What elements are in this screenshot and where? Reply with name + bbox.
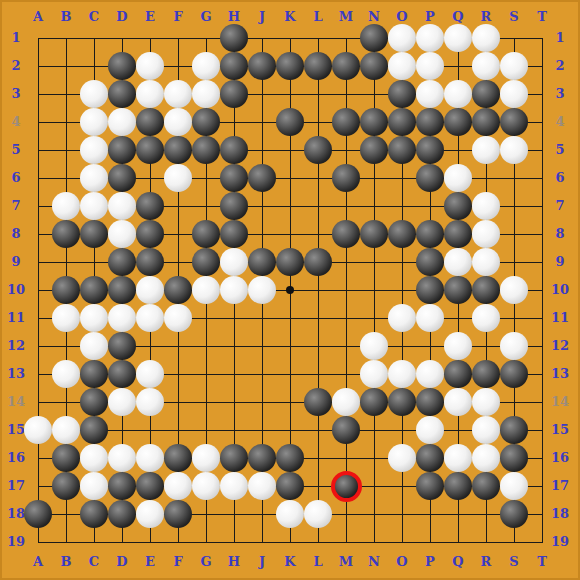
white-stone-C12 [80,332,108,360]
white-stone-R15 [472,416,500,444]
white-stone-J17 [248,472,276,500]
black-stone-P8 [416,220,444,248]
col-label-bottom-L: L [304,554,332,570]
black-stone-G9 [192,248,220,276]
col-label-top-P: P [416,9,444,25]
white-stone-Q3 [444,80,472,108]
row-label-left-4: 4 [2,114,30,130]
row-label-left-10: 10 [2,282,30,298]
col-label-top-S: S [500,9,528,25]
go-board[interactable]: AABBCCDDEEFFGGHHJJKKLLMMNNOOPPQQRRSSTT11… [0,0,580,580]
black-stone-H1 [220,24,248,52]
white-stone-R8 [472,220,500,248]
black-stone-K16 [276,444,304,472]
row-label-left-3: 3 [2,86,30,102]
white-stone-C17 [80,472,108,500]
white-stone-O16 [388,444,416,472]
black-stone-A18 [24,500,52,528]
white-stone-S17 [500,472,528,500]
black-stone-M8 [332,220,360,248]
black-stone-S16 [500,444,528,472]
black-stone-P14 [416,388,444,416]
row-label-right-2: 2 [546,58,574,74]
white-stone-N13 [360,360,388,388]
white-stone-P15 [416,416,444,444]
white-stone-P11 [416,304,444,332]
row-label-right-19: 19 [546,534,574,550]
col-label-bottom-D: D [108,554,136,570]
black-stone-B10 [52,276,80,304]
white-stone-C6 [80,164,108,192]
black-stone-F5 [164,136,192,164]
white-stone-D7 [108,192,136,220]
black-stone-Q7 [444,192,472,220]
white-stone-E3 [136,80,164,108]
black-stone-D13 [108,360,136,388]
black-stone-L14 [304,388,332,416]
white-stone-G16 [192,444,220,472]
black-stone-H16 [220,444,248,472]
row-label-right-1: 1 [546,30,574,46]
col-label-bottom-H: H [220,554,248,570]
white-stone-G2 [192,52,220,80]
black-stone-P10 [416,276,444,304]
white-stone-B15 [52,416,80,444]
black-stone-J16 [248,444,276,472]
row-label-right-15: 15 [546,422,574,438]
white-stone-F11 [164,304,192,332]
black-stone-O4 [388,108,416,136]
black-stone-E7 [136,192,164,220]
col-label-top-D: D [108,9,136,25]
col-label-top-J: J [248,9,276,25]
row-label-left-19: 19 [2,534,30,550]
col-label-top-A: A [24,9,52,25]
black-stone-R13 [472,360,500,388]
white-stone-E2 [136,52,164,80]
col-label-bottom-E: E [136,554,164,570]
white-stone-A15 [24,416,52,444]
white-stone-C16 [80,444,108,472]
black-stone-K9 [276,248,304,276]
row-label-right-11: 11 [546,310,574,326]
white-stone-M14 [332,388,360,416]
white-stone-H10 [220,276,248,304]
row-label-right-3: 3 [546,86,574,102]
white-stone-G3 [192,80,220,108]
white-stone-R2 [472,52,500,80]
black-stone-M4 [332,108,360,136]
white-stone-R1 [472,24,500,52]
white-stone-B7 [52,192,80,220]
black-stone-H7 [220,192,248,220]
black-stone-E17 [136,472,164,500]
col-label-bottom-P: P [416,554,444,570]
col-label-bottom-N: N [360,554,388,570]
white-stone-S10 [500,276,528,304]
black-stone-S15 [500,416,528,444]
white-stone-N12 [360,332,388,360]
black-stone-N4 [360,108,388,136]
white-stone-S3 [500,80,528,108]
black-stone-D3 [108,80,136,108]
white-stone-C3 [80,80,108,108]
white-stone-C4 [80,108,108,136]
black-stone-L2 [304,52,332,80]
white-stone-E10 [136,276,164,304]
black-stone-M2 [332,52,360,80]
black-stone-R3 [472,80,500,108]
white-stone-Q14 [444,388,472,416]
white-stone-O1 [388,24,416,52]
black-stone-C8 [80,220,108,248]
col-label-top-B: B [52,9,80,25]
white-stone-R11 [472,304,500,332]
white-stone-K18 [276,500,304,528]
white-stone-F4 [164,108,192,136]
black-stone-D12 [108,332,136,360]
black-stone-H5 [220,136,248,164]
black-stone-O3 [388,80,416,108]
white-stone-Q6 [444,164,472,192]
white-stone-S5 [500,136,528,164]
white-stone-E11 [136,304,164,332]
col-label-top-H: H [220,9,248,25]
black-stone-D9 [108,248,136,276]
black-stone-B8 [52,220,80,248]
col-label-top-R: R [472,9,500,25]
white-stone-F6 [164,164,192,192]
black-stone-P9 [416,248,444,276]
col-label-bottom-T: T [528,554,556,570]
black-stone-H8 [220,220,248,248]
row-label-right-6: 6 [546,170,574,186]
row-label-left-2: 2 [2,58,30,74]
col-label-bottom-B: B [52,554,80,570]
black-stone-P16 [416,444,444,472]
black-stone-D6 [108,164,136,192]
col-label-top-K: K [276,9,304,25]
row-label-left-8: 8 [2,226,30,242]
white-stone-Q1 [444,24,472,52]
white-stone-S2 [500,52,528,80]
black-stone-S18 [500,500,528,528]
last-move-marker-M17 [331,471,362,502]
col-label-top-N: N [360,9,388,25]
row-label-left-9: 9 [2,254,30,270]
white-stone-S12 [500,332,528,360]
black-stone-G5 [192,136,220,164]
col-label-top-G: G [192,9,220,25]
black-stone-C15 [80,416,108,444]
white-stone-D8 [108,220,136,248]
black-stone-C18 [80,500,108,528]
white-stone-D11 [108,304,136,332]
col-label-bottom-C: C [80,554,108,570]
row-label-left-1: 1 [2,30,30,46]
col-label-top-C: C [80,9,108,25]
white-stone-E13 [136,360,164,388]
row-label-left-14: 14 [2,394,30,410]
black-stone-B16 [52,444,80,472]
col-label-bottom-K: K [276,554,304,570]
col-label-bottom-R: R [472,554,500,570]
col-label-bottom-A: A [24,554,52,570]
col-label-top-T: T [528,9,556,25]
black-stone-R10 [472,276,500,304]
black-stone-F16 [164,444,192,472]
black-stone-M15 [332,416,360,444]
col-label-top-M: M [332,9,360,25]
col-label-top-O: O [388,9,416,25]
black-stone-P17 [416,472,444,500]
black-stone-Q4 [444,108,472,136]
row-label-right-8: 8 [546,226,574,242]
row-label-right-4: 4 [546,114,574,130]
white-stone-C7 [80,192,108,220]
black-stone-N1 [360,24,388,52]
black-stone-C14 [80,388,108,416]
row-label-left-17: 17 [2,478,30,494]
black-stone-G8 [192,220,220,248]
row-label-right-17: 17 [546,478,574,494]
black-stone-D2 [108,52,136,80]
col-label-top-E: E [136,9,164,25]
black-stone-K2 [276,52,304,80]
white-stone-H17 [220,472,248,500]
black-stone-L9 [304,248,332,276]
row-label-right-18: 18 [546,506,574,522]
white-stone-B11 [52,304,80,332]
row-label-left-16: 16 [2,450,30,466]
black-stone-D18 [108,500,136,528]
white-stone-D14 [108,388,136,416]
white-stone-Q9 [444,248,472,276]
black-stone-D5 [108,136,136,164]
black-stone-N14 [360,388,388,416]
white-stone-C5 [80,136,108,164]
row-label-left-7: 7 [2,198,30,214]
white-stone-E18 [136,500,164,528]
black-stone-E8 [136,220,164,248]
white-stone-R14 [472,388,500,416]
black-stone-Q13 [444,360,472,388]
black-stone-F18 [164,500,192,528]
row-label-right-14: 14 [546,394,574,410]
row-label-right-10: 10 [546,282,574,298]
white-stone-R9 [472,248,500,276]
black-stone-B17 [52,472,80,500]
white-stone-O2 [388,52,416,80]
black-stone-S13 [500,360,528,388]
black-stone-Q17 [444,472,472,500]
black-stone-D10 [108,276,136,304]
black-stone-N2 [360,52,388,80]
black-stone-E4 [136,108,164,136]
black-stone-O14 [388,388,416,416]
black-stone-P4 [416,108,444,136]
row-label-right-12: 12 [546,338,574,354]
white-stone-C11 [80,304,108,332]
black-stone-C10 [80,276,108,304]
row-label-left-5: 5 [2,142,30,158]
black-stone-H6 [220,164,248,192]
col-label-bottom-S: S [500,554,528,570]
row-label-left-13: 13 [2,366,30,382]
black-stone-J9 [248,248,276,276]
white-stone-O13 [388,360,416,388]
black-stone-R17 [472,472,500,500]
black-stone-K4 [276,108,304,136]
row-label-left-12: 12 [2,338,30,354]
white-stone-R5 [472,136,500,164]
row-label-right-13: 13 [546,366,574,382]
white-stone-B13 [52,360,80,388]
col-label-bottom-O: O [388,554,416,570]
white-stone-Q16 [444,444,472,472]
black-stone-O5 [388,136,416,164]
black-stone-M6 [332,164,360,192]
black-stone-E5 [136,136,164,164]
white-stone-F3 [164,80,192,108]
row-label-right-7: 7 [546,198,574,214]
col-label-bottom-J: J [248,554,276,570]
white-stone-D4 [108,108,136,136]
black-stone-H3 [220,80,248,108]
white-stone-H9 [220,248,248,276]
black-stone-F10 [164,276,192,304]
black-stone-S4 [500,108,528,136]
white-stone-P1 [416,24,444,52]
black-stone-D17 [108,472,136,500]
row-label-right-5: 5 [546,142,574,158]
white-stone-Q12 [444,332,472,360]
black-stone-H2 [220,52,248,80]
black-stone-Q10 [444,276,472,304]
row-label-right-16: 16 [546,450,574,466]
black-stone-G4 [192,108,220,136]
white-stone-P13 [416,360,444,388]
col-label-top-F: F [164,9,192,25]
white-stone-R7 [472,192,500,220]
white-stone-G17 [192,472,220,500]
black-stone-E9 [136,248,164,276]
white-stone-D16 [108,444,136,472]
white-stone-F17 [164,472,192,500]
black-stone-L5 [304,136,332,164]
black-stone-K17 [276,472,304,500]
white-stone-P3 [416,80,444,108]
black-stone-C13 [80,360,108,388]
col-label-bottom-M: M [332,554,360,570]
white-stone-E16 [136,444,164,472]
white-stone-P2 [416,52,444,80]
black-stone-R4 [472,108,500,136]
white-stone-J10 [248,276,276,304]
black-stone-J2 [248,52,276,80]
white-stone-G10 [192,276,220,304]
black-stone-Q8 [444,220,472,248]
black-stone-O8 [388,220,416,248]
black-stone-P5 [416,136,444,164]
row-label-left-6: 6 [2,170,30,186]
white-stone-O11 [388,304,416,332]
star-point-K10 [286,286,294,294]
row-label-right-9: 9 [546,254,574,270]
col-label-bottom-G: G [192,554,220,570]
col-label-bottom-Q: Q [444,554,472,570]
col-label-top-L: L [304,9,332,25]
col-label-bottom-F: F [164,554,192,570]
black-stone-P6 [416,164,444,192]
white-stone-E14 [136,388,164,416]
black-stone-N8 [360,220,388,248]
black-stone-J6 [248,164,276,192]
row-label-left-11: 11 [2,310,30,326]
col-label-top-Q: Q [444,9,472,25]
white-stone-R16 [472,444,500,472]
black-stone-N5 [360,136,388,164]
white-stone-L18 [304,500,332,528]
